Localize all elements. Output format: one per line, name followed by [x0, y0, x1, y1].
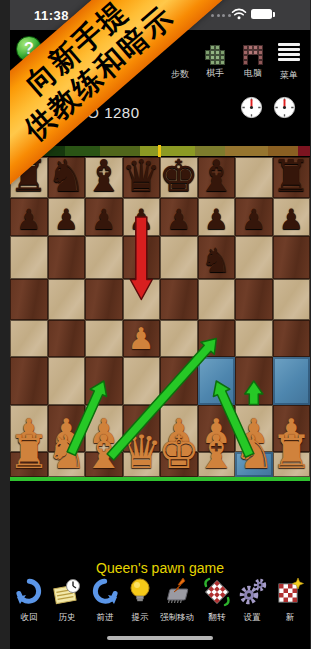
home-indicator[interactable] — [107, 636, 213, 640]
square-e5[interactable] — [160, 279, 198, 320]
square-c6[interactable] — [85, 236, 123, 279]
piece-black-bishop-f8[interactable]: ♝ — [197, 154, 236, 198]
square-h6[interactable] — [273, 236, 311, 279]
piece-black-pawn-d7[interactable]: ♟ — [129, 206, 154, 234]
piece-black-knight-f6[interactable]: ♞ — [201, 243, 231, 277]
square-g3[interactable] — [235, 357, 273, 405]
piece-black-queen-d8[interactable]: ♛ — [122, 154, 161, 198]
piece-black-pawn-e7[interactable]: ♟ — [166, 206, 191, 234]
eval-segment — [195, 146, 225, 156]
piece-white-bishop-c1[interactable]: ♝ — [83, 429, 124, 475]
square-a4[interactable] — [10, 320, 48, 357]
eval-segment — [298, 146, 310, 156]
piece-white-knight-b1[interactable]: ♞ — [46, 429, 87, 475]
square-f5[interactable] — [198, 279, 236, 320]
board-underline — [10, 477, 310, 481]
menu-button[interactable]: 菜单 — [267, 36, 310, 82]
piece-white-pawn-d4[interactable]: ♟ — [128, 324, 155, 354]
piece-black-knight-b8[interactable]: ♞ — [47, 154, 86, 198]
square-a3[interactable] — [10, 357, 48, 405]
square-b4[interactable] — [48, 320, 86, 357]
white-clock-icon[interactable] — [273, 96, 296, 119]
eval-segment — [65, 146, 100, 156]
piece-white-queen-d1[interactable]: ♛ — [121, 429, 162, 475]
square-f3[interactable] — [198, 357, 236, 405]
evaluation-marker — [158, 145, 161, 157]
square-h5[interactable] — [273, 279, 311, 320]
undo-icon — [14, 577, 44, 607]
square-h4[interactable] — [273, 320, 311, 357]
force-move-icon — [161, 577, 193, 607]
clock-time: 11:38 — [34, 8, 69, 23]
piece-white-rook-h1[interactable]: ♜ — [271, 429, 310, 475]
piece-black-pawn-b7[interactable]: ♟ — [54, 206, 79, 234]
eval-segment — [268, 146, 298, 156]
settings-icon — [237, 577, 267, 607]
square-d6[interactable] — [123, 236, 161, 279]
app-screen: 11:38 ? 帮助 步数 — [10, 0, 310, 649]
square-b3[interactable] — [48, 357, 86, 405]
piece-white-rook-a1[interactable]: ♜ — [10, 429, 49, 475]
history-icon — [51, 577, 83, 607]
piece-black-king-e8[interactable]: ♚ — [159, 154, 198, 198]
square-b5[interactable] — [48, 279, 86, 320]
piece-black-pawn-c7[interactable]: ♟ — [91, 206, 116, 234]
eval-segment — [100, 146, 140, 156]
computer-icon — [243, 45, 263, 65]
square-c4[interactable] — [85, 320, 123, 357]
square-g6[interactable] — [235, 236, 273, 279]
square-c5[interactable] — [85, 279, 123, 320]
square-g4[interactable] — [235, 320, 273, 357]
cellular-signal-icon — [211, 14, 231, 17]
square-e6[interactable] — [160, 236, 198, 279]
square-g5[interactable] — [235, 279, 273, 320]
piece-black-pawn-g7[interactable]: ♟ — [241, 206, 266, 234]
square-e4[interactable] — [160, 320, 198, 357]
piece-black-pawn-a7[interactable]: ♟ — [16, 206, 41, 234]
player-icon — [205, 45, 225, 65]
square-g8[interactable] — [235, 157, 273, 198]
square-h3[interactable] — [273, 357, 311, 405]
white-clock-icon[interactable] — [240, 96, 263, 119]
opening-name-label: Queen's pawn game — [10, 560, 310, 576]
battery-icon — [251, 9, 272, 19]
eval-segment — [225, 146, 268, 156]
square-e3[interactable] — [160, 357, 198, 405]
square-a6[interactable] — [10, 236, 48, 279]
square-d3[interactable] — [123, 357, 161, 405]
square-f4[interactable] — [198, 320, 236, 357]
menu-icon — [278, 41, 300, 63]
piece-black-pawn-f7[interactable]: ♟ — [204, 206, 229, 234]
square-c3[interactable] — [85, 357, 123, 405]
piece-black-bishop-c8[interactable]: ♝ — [84, 154, 123, 198]
hint-icon — [127, 577, 153, 607]
piece-black-pawn-h7[interactable]: ♟ — [279, 206, 304, 234]
piece-black-rook-h8[interactable]: ♜ — [272, 154, 310, 198]
piece-white-king-e1[interactable]: ♚ — [158, 429, 199, 475]
wifi-icon — [231, 8, 247, 20]
chess-board[interactable]: ♜♞♝♛♚♝♜♟♟♟♟♟♟♟♟♞♟♟♟♟♟♟♟♟♜♞♝♛♚♝♞♜ — [10, 157, 310, 477]
piece-white-bishop-f1[interactable]: ♝ — [196, 429, 237, 475]
square-a5[interactable] — [10, 279, 48, 320]
new-game-button[interactable]: 新 — [266, 577, 310, 624]
new-game-icon — [275, 577, 305, 607]
piece-white-knight-g1[interactable]: ♞ — [233, 429, 274, 475]
square-d5[interactable] — [123, 279, 161, 320]
square-b6[interactable] — [48, 236, 86, 279]
eval-segment — [140, 146, 195, 156]
